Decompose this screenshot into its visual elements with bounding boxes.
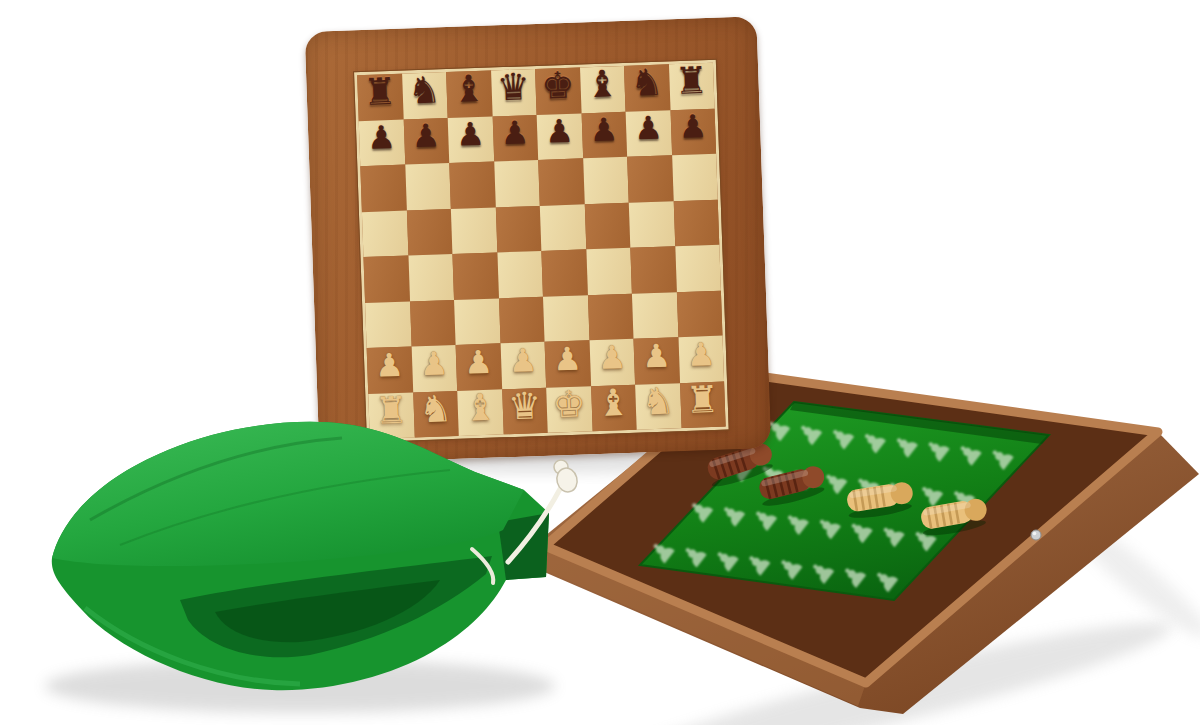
scene: ♟♟♟♟♟♟♟♟♟♟♟♟♟♟♟♟♟♟♟♟♟♟♟♟♟♟♟♟♟♟♟♟ ♜♞♝♛♚♝♞…	[0, 0, 1200, 725]
cloth-bag	[0, 0, 1200, 725]
